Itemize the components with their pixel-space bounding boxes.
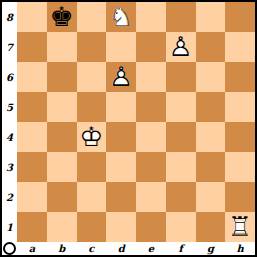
square-e6[interactable] [136, 62, 166, 92]
square-a2[interactable] [17, 182, 47, 212]
square-c8[interactable] [77, 2, 107, 32]
file-label-d: d [106, 242, 136, 255]
file-label-e: e [136, 242, 166, 255]
square-h6[interactable] [225, 62, 255, 92]
square-h3[interactable] [225, 152, 255, 182]
square-e5[interactable] [136, 92, 166, 122]
file-label-a: a [17, 242, 47, 255]
square-h2[interactable] [225, 182, 255, 212]
square-h7[interactable] [225, 32, 255, 62]
square-d7[interactable] [106, 32, 136, 62]
piece-black-king[interactable]: ♚ [47, 2, 77, 32]
square-d2[interactable] [106, 182, 136, 212]
square-g6[interactable] [196, 62, 226, 92]
square-c2[interactable] [77, 182, 107, 212]
square-f3[interactable] [166, 152, 196, 182]
piece-white-pawn[interactable]: ♟♙ [166, 32, 196, 62]
square-d4[interactable] [106, 122, 136, 152]
square-f7[interactable]: ♟♙ [166, 32, 196, 62]
file-label-h: h [225, 242, 255, 255]
square-b7[interactable] [47, 32, 77, 62]
square-c4[interactable]: ♚♔ [77, 122, 107, 152]
white-king-glyph-outline: ♔ [79, 123, 103, 150]
chess-board-frame: 8♚♞♘7♟♙6♟♙54♚♔321♜♖abcdefgh [0, 0, 257, 257]
rank-label-1: 1 [2, 212, 17, 242]
white-knight-glyph-outline: ♘ [109, 3, 133, 30]
square-d5[interactable] [106, 92, 136, 122]
square-b1[interactable] [47, 212, 77, 242]
square-c1[interactable] [77, 212, 107, 242]
square-b5[interactable] [47, 92, 77, 122]
rank-label-7: 7 [2, 32, 17, 62]
black-king-glyph-fill: ♚ [50, 3, 74, 30]
square-a8[interactable] [17, 2, 47, 32]
square-d1[interactable] [106, 212, 136, 242]
square-h4[interactable] [225, 122, 255, 152]
square-a6[interactable] [17, 62, 47, 92]
square-b6[interactable] [47, 62, 77, 92]
square-d6[interactable]: ♟♙ [106, 62, 136, 92]
white-rook-glyph-outline: ♖ [228, 213, 252, 240]
piece-white-king[interactable]: ♚♔ [77, 122, 107, 152]
square-g2[interactable] [196, 182, 226, 212]
square-a1[interactable] [17, 212, 47, 242]
piece-white-rook[interactable]: ♜♖ [225, 212, 255, 242]
chess-board: 8♚♞♘7♟♙6♟♙54♚♔321♜♖abcdefgh [2, 2, 255, 255]
square-d3[interactable] [106, 152, 136, 182]
square-c5[interactable] [77, 92, 107, 122]
square-f5[interactable] [166, 92, 196, 122]
square-b8[interactable]: ♚ [47, 2, 77, 32]
file-label-b: b [47, 242, 77, 255]
rank-label-6: 6 [2, 62, 17, 92]
square-c6[interactable] [77, 62, 107, 92]
white-pawn-glyph-outline: ♙ [169, 33, 193, 60]
file-label-g: g [196, 242, 226, 255]
side-to-move-indicator [3, 242, 16, 255]
square-f8[interactable] [166, 2, 196, 32]
rank-label-4: 4 [2, 122, 17, 152]
white-pawn-glyph-outline: ♙ [109, 63, 133, 90]
square-f2[interactable] [166, 182, 196, 212]
square-a5[interactable] [17, 92, 47, 122]
square-a4[interactable] [17, 122, 47, 152]
rank-label-2: 2 [2, 182, 17, 212]
file-label-c: c [77, 242, 107, 255]
square-a3[interactable] [17, 152, 47, 182]
square-g5[interactable] [196, 92, 226, 122]
rank-label-5: 5 [2, 92, 17, 122]
square-e1[interactable] [136, 212, 166, 242]
square-g1[interactable] [196, 212, 226, 242]
square-g8[interactable] [196, 2, 226, 32]
square-c3[interactable] [77, 152, 107, 182]
square-c7[interactable] [77, 32, 107, 62]
square-f6[interactable] [166, 62, 196, 92]
square-d8[interactable]: ♞♘ [106, 2, 136, 32]
square-h5[interactable] [225, 92, 255, 122]
square-f1[interactable] [166, 212, 196, 242]
square-e7[interactable] [136, 32, 166, 62]
square-a7[interactable] [17, 32, 47, 62]
square-b3[interactable] [47, 152, 77, 182]
square-g7[interactable] [196, 32, 226, 62]
piece-white-knight[interactable]: ♞♘ [106, 2, 136, 32]
square-g4[interactable] [196, 122, 226, 152]
square-h1[interactable]: ♜♖ [225, 212, 255, 242]
rank-label-8: 8 [2, 2, 17, 32]
square-e8[interactable] [136, 2, 166, 32]
square-e3[interactable] [136, 152, 166, 182]
square-f4[interactable] [166, 122, 196, 152]
rank-label-3: 3 [2, 152, 17, 182]
piece-white-pawn[interactable]: ♟♙ [106, 62, 136, 92]
square-e4[interactable] [136, 122, 166, 152]
square-g3[interactable] [196, 152, 226, 182]
square-b2[interactable] [47, 182, 77, 212]
square-h8[interactable] [225, 2, 255, 32]
square-e2[interactable] [136, 182, 166, 212]
file-label-f: f [166, 242, 196, 255]
square-b4[interactable] [47, 122, 77, 152]
